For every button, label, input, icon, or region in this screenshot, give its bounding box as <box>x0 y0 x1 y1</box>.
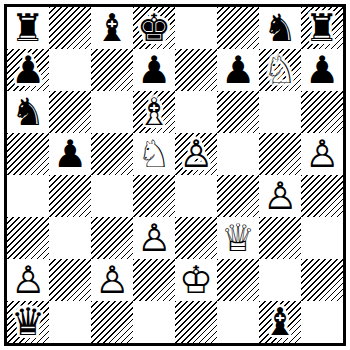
square-e6[interactable] <box>175 91 217 133</box>
white-knight-d5[interactable]: ♘ <box>137 133 171 175</box>
square-b6[interactable] <box>49 91 91 133</box>
white-queen-f3[interactable]: ♕ <box>221 217 255 259</box>
white-pawn-g4[interactable]: ♙ <box>263 175 297 217</box>
square-f1[interactable] <box>217 301 259 343</box>
square-h7[interactable]: ♟ <box>301 49 343 91</box>
white-pawn-c2[interactable]: ♙ <box>95 259 129 301</box>
square-g5[interactable] <box>259 133 301 175</box>
square-b4[interactable] <box>49 175 91 217</box>
square-c4[interactable] <box>91 175 133 217</box>
square-g6[interactable] <box>259 91 301 133</box>
square-c1[interactable] <box>91 301 133 343</box>
square-d1[interactable] <box>133 301 175 343</box>
black-pawn-d7[interactable]: ♟ <box>137 49 171 91</box>
square-c3[interactable] <box>91 217 133 259</box>
square-h4[interactable] <box>301 175 343 217</box>
square-g4[interactable]: ♙ <box>259 175 301 217</box>
black-bishop-g1[interactable]: ♝ <box>263 301 297 343</box>
square-a8[interactable]: ♜ <box>7 7 49 49</box>
square-g3[interactable] <box>259 217 301 259</box>
square-b7[interactable] <box>49 49 91 91</box>
square-b2[interactable] <box>49 259 91 301</box>
white-king-e2[interactable]: ♔ <box>179 259 213 301</box>
square-c5[interactable] <box>91 133 133 175</box>
square-a6[interactable]: ♞ <box>7 91 49 133</box>
square-e3[interactable] <box>175 217 217 259</box>
square-h5[interactable]: ♙ <box>301 133 343 175</box>
square-e8[interactable] <box>175 7 217 49</box>
square-d8[interactable]: ♚ <box>133 7 175 49</box>
white-bishop-d6[interactable]: ♗ <box>137 91 171 133</box>
square-h2[interactable] <box>301 259 343 301</box>
chess-board: ♜♝♚♞♜♟♟♟♘♟♞♗♟♘♙♙♙♙♕♙♙♔♛♝ <box>7 7 343 343</box>
square-a3[interactable] <box>7 217 49 259</box>
square-h8[interactable]: ♜ <box>301 7 343 49</box>
white-pawn-h5[interactable]: ♙ <box>305 133 339 175</box>
square-f2[interactable] <box>217 259 259 301</box>
white-pawn-a2[interactable]: ♙ <box>11 259 45 301</box>
square-d7[interactable]: ♟ <box>133 49 175 91</box>
black-pawn-f7[interactable]: ♟ <box>221 49 255 91</box>
chess-diagram: ♜♝♚♞♜♟♟♟♘♟♞♗♟♘♙♙♙♙♕♙♙♔♛♝ <box>0 0 350 350</box>
square-h1[interactable] <box>301 301 343 343</box>
square-d5[interactable]: ♘ <box>133 133 175 175</box>
square-c2[interactable]: ♙ <box>91 259 133 301</box>
square-h6[interactable] <box>301 91 343 133</box>
black-pawn-h7[interactable]: ♟ <box>305 49 339 91</box>
white-pawn-d3[interactable]: ♙ <box>137 217 171 259</box>
square-g8[interactable]: ♞ <box>259 7 301 49</box>
board-frame: ♜♝♚♞♜♟♟♟♘♟♞♗♟♘♙♙♙♙♕♙♙♔♛♝ <box>4 4 346 346</box>
black-pawn-b5[interactable]: ♟ <box>53 133 87 175</box>
square-f6[interactable] <box>217 91 259 133</box>
square-g7[interactable]: ♘ <box>259 49 301 91</box>
square-b3[interactable] <box>49 217 91 259</box>
black-rook-h8[interactable]: ♜ <box>305 7 339 49</box>
square-b1[interactable] <box>49 301 91 343</box>
square-a7[interactable]: ♟ <box>7 49 49 91</box>
square-e1[interactable] <box>175 301 217 343</box>
square-d4[interactable] <box>133 175 175 217</box>
square-b8[interactable] <box>49 7 91 49</box>
square-d2[interactable] <box>133 259 175 301</box>
square-c6[interactable] <box>91 91 133 133</box>
square-f5[interactable] <box>217 133 259 175</box>
white-pawn-e5[interactable]: ♙ <box>179 133 213 175</box>
black-pawn-a7[interactable]: ♟ <box>11 49 45 91</box>
square-a5[interactable] <box>7 133 49 175</box>
square-g1[interactable]: ♝ <box>259 301 301 343</box>
square-g2[interactable] <box>259 259 301 301</box>
white-knight-g7[interactable]: ♘ <box>263 49 297 91</box>
black-knight-a6[interactable]: ♞ <box>11 91 45 133</box>
square-f8[interactable] <box>217 7 259 49</box>
square-f3[interactable]: ♕ <box>217 217 259 259</box>
square-d3[interactable]: ♙ <box>133 217 175 259</box>
square-a2[interactable]: ♙ <box>7 259 49 301</box>
square-c8[interactable]: ♝ <box>91 7 133 49</box>
square-h3[interactable] <box>301 217 343 259</box>
black-rook-a8[interactable]: ♜ <box>11 7 45 49</box>
square-c7[interactable] <box>91 49 133 91</box>
black-queen-a1[interactable]: ♛ <box>11 301 45 343</box>
square-a4[interactable] <box>7 175 49 217</box>
square-b5[interactable]: ♟ <box>49 133 91 175</box>
square-e5[interactable]: ♙ <box>175 133 217 175</box>
square-f4[interactable] <box>217 175 259 217</box>
square-e7[interactable] <box>175 49 217 91</box>
square-a1[interactable]: ♛ <box>7 301 49 343</box>
square-e2[interactable]: ♔ <box>175 259 217 301</box>
square-d6[interactable]: ♗ <box>133 91 175 133</box>
black-king-d8[interactable]: ♚ <box>137 7 171 49</box>
square-e4[interactable] <box>175 175 217 217</box>
square-f7[interactable]: ♟ <box>217 49 259 91</box>
black-knight-g8[interactable]: ♞ <box>263 7 297 49</box>
black-bishop-c8[interactable]: ♝ <box>95 7 129 49</box>
